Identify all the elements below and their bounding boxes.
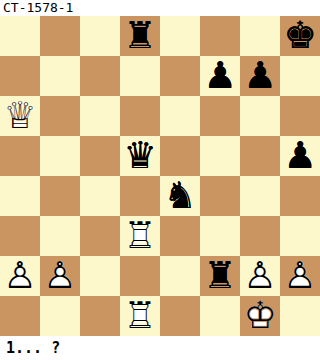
square-b8[interactable] (40, 16, 80, 56)
square-c4[interactable] (80, 176, 120, 216)
piece-outline-layer: ♜ (120, 16, 160, 56)
piece-white-rook: ♜♖ (120, 216, 160, 256)
square-f2[interactable]: ♜♜ (200, 256, 240, 296)
square-g4[interactable] (240, 176, 280, 216)
square-b7[interactable] (40, 56, 80, 96)
piece-black-pawn: ♟♟ (200, 56, 240, 96)
puzzle-id: CT-1578-1 (0, 0, 320, 16)
piece-black-pawn: ♟♟ (280, 136, 320, 176)
square-b1[interactable] (40, 296, 80, 336)
square-b4[interactable] (40, 176, 80, 216)
move-prompt: 1... ? (0, 336, 320, 360)
piece-outline-layer: ♕ (0, 96, 40, 136)
square-g7[interactable]: ♟♟ (240, 56, 280, 96)
square-h7[interactable] (280, 56, 320, 96)
piece-outline-layer: ♔ (240, 296, 280, 336)
piece-outline-layer: ♙ (0, 256, 40, 296)
square-a7[interactable] (0, 56, 40, 96)
piece-outline-layer: ♙ (40, 256, 80, 296)
piece-white-pawn: ♟♙ (240, 256, 280, 296)
square-e6[interactable] (160, 96, 200, 136)
square-d2[interactable] (120, 256, 160, 296)
square-c6[interactable] (80, 96, 120, 136)
chess-board: ♜♜♚♚♟♟♟♟♛♕♛♛♟♟♞♞♜♖♟♙♟♙♜♜♟♙♟♙♜♖♚♔ (0, 16, 320, 336)
square-a2[interactable]: ♟♙ (0, 256, 40, 296)
square-f8[interactable] (200, 16, 240, 56)
square-e8[interactable] (160, 16, 200, 56)
square-c3[interactable] (80, 216, 120, 256)
square-g2[interactable]: ♟♙ (240, 256, 280, 296)
square-e3[interactable] (160, 216, 200, 256)
piece-black-rook: ♜♜ (120, 16, 160, 56)
piece-outline-layer: ♟ (240, 56, 280, 96)
square-d3[interactable]: ♜♖ (120, 216, 160, 256)
square-h1[interactable] (280, 296, 320, 336)
square-a3[interactable] (0, 216, 40, 256)
square-a5[interactable] (0, 136, 40, 176)
piece-outline-layer: ♞ (160, 176, 200, 216)
square-d7[interactable] (120, 56, 160, 96)
square-c8[interactable] (80, 16, 120, 56)
square-f3[interactable] (200, 216, 240, 256)
square-g8[interactable] (240, 16, 280, 56)
piece-black-queen: ♛♛ (120, 136, 160, 176)
piece-white-rook: ♜♖ (120, 296, 160, 336)
piece-white-king: ♚♔ (240, 296, 280, 336)
square-h6[interactable] (280, 96, 320, 136)
piece-outline-layer: ♖ (120, 216, 160, 256)
square-h5[interactable]: ♟♟ (280, 136, 320, 176)
piece-outline-layer: ♟ (200, 56, 240, 96)
square-h3[interactable] (280, 216, 320, 256)
piece-white-pawn: ♟♙ (280, 256, 320, 296)
square-d6[interactable] (120, 96, 160, 136)
square-f5[interactable] (200, 136, 240, 176)
square-c5[interactable] (80, 136, 120, 176)
square-c1[interactable] (80, 296, 120, 336)
piece-outline-layer: ♛ (120, 136, 160, 176)
square-c2[interactable] (80, 256, 120, 296)
square-e5[interactable] (160, 136, 200, 176)
square-g6[interactable] (240, 96, 280, 136)
piece-outline-layer: ♙ (280, 256, 320, 296)
square-e4[interactable]: ♞♞ (160, 176, 200, 216)
square-a8[interactable] (0, 16, 40, 56)
square-d1[interactable]: ♜♖ (120, 296, 160, 336)
square-e2[interactable] (160, 256, 200, 296)
piece-outline-layer: ♚ (280, 16, 320, 56)
square-d4[interactable] (120, 176, 160, 216)
square-e1[interactable] (160, 296, 200, 336)
square-f6[interactable] (200, 96, 240, 136)
piece-outline-layer: ♜ (200, 256, 240, 296)
square-a4[interactable] (0, 176, 40, 216)
square-g5[interactable] (240, 136, 280, 176)
piece-black-king: ♚♚ (280, 16, 320, 56)
piece-black-rook: ♜♜ (200, 256, 240, 296)
square-f7[interactable]: ♟♟ (200, 56, 240, 96)
square-b6[interactable] (40, 96, 80, 136)
square-g1[interactable]: ♚♔ (240, 296, 280, 336)
square-f4[interactable] (200, 176, 240, 216)
square-d8[interactable]: ♜♜ (120, 16, 160, 56)
square-b2[interactable]: ♟♙ (40, 256, 80, 296)
piece-outline-layer: ♖ (120, 296, 160, 336)
square-c7[interactable] (80, 56, 120, 96)
square-d5[interactable]: ♛♛ (120, 136, 160, 176)
piece-outline-layer: ♙ (240, 256, 280, 296)
square-b3[interactable] (40, 216, 80, 256)
piece-black-pawn: ♟♟ (240, 56, 280, 96)
square-e7[interactable] (160, 56, 200, 96)
piece-black-knight: ♞♞ (160, 176, 200, 216)
piece-white-pawn: ♟♙ (40, 256, 80, 296)
square-a1[interactable] (0, 296, 40, 336)
square-h8[interactable]: ♚♚ (280, 16, 320, 56)
piece-white-pawn: ♟♙ (0, 256, 40, 296)
piece-outline-layer: ♟ (280, 136, 320, 176)
square-g3[interactable] (240, 216, 280, 256)
square-a6[interactable]: ♛♕ (0, 96, 40, 136)
square-f1[interactable] (200, 296, 240, 336)
piece-white-queen: ♛♕ (0, 96, 40, 136)
square-h2[interactable]: ♟♙ (280, 256, 320, 296)
square-b5[interactable] (40, 136, 80, 176)
chess-puzzle-page: CT-1578-1 ♜♜♚♚♟♟♟♟♛♕♛♛♟♟♞♞♜♖♟♙♟♙♜♜♟♙♟♙♜♖… (0, 0, 320, 360)
square-h4[interactable] (280, 176, 320, 216)
